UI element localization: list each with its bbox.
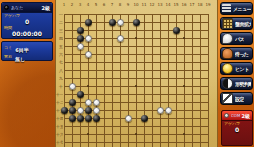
hint-button[interactable]: ヒント xyxy=(220,62,253,75)
board-coordinate: 8 xyxy=(116,2,124,7)
board-coordinate: 11 xyxy=(140,2,148,7)
board-coordinate: 九 xyxy=(56,76,63,81)
white-stone xyxy=(117,35,124,42)
black-player-header: あなた 2級 xyxy=(2,3,52,13)
board-coordinate: 四 xyxy=(56,36,63,41)
black-player-name: あなた xyxy=(11,5,23,10)
white-stone xyxy=(93,107,100,114)
hoshi-point xyxy=(183,37,185,39)
white-stone xyxy=(117,19,124,26)
button-label: メニュー xyxy=(233,6,251,12)
black-stone xyxy=(85,19,92,26)
board-coordinate: 六 xyxy=(56,52,63,57)
rules-rows: コミ6目半置石無し xyxy=(2,42,52,60)
black-stone xyxy=(141,115,148,122)
board-coordinate: 3 xyxy=(76,2,84,7)
game-screen: あなた 2級 アゲハマ0時間00:00:00 コミ6目半置石無し 1234567… xyxy=(0,0,254,147)
white-stone xyxy=(77,107,84,114)
board-coordinate: 13 xyxy=(156,2,164,7)
rules-panel: コミ6目半置石無し xyxy=(1,41,53,61)
board-coordinate: 4 xyxy=(84,2,92,7)
button-label: 待った xyxy=(235,51,249,57)
hoshi-point xyxy=(135,133,137,135)
white-player-panel: COM 2級 アゲハマ0 xyxy=(221,110,253,146)
info-label: コミ xyxy=(4,45,12,50)
board-grid[interactable] xyxy=(64,14,209,147)
board-coordinate: 十六 xyxy=(56,132,63,137)
info-row: コミ6目半 xyxy=(2,42,52,51)
black-stone xyxy=(85,115,92,122)
settings-button[interactable]: 設定 xyxy=(220,92,253,105)
pass-button[interactable]: パス xyxy=(220,32,253,45)
board-coordinate: 十 xyxy=(56,84,63,89)
info-value: 無し xyxy=(15,56,25,62)
black-stone xyxy=(93,115,100,122)
white-player-name: COM xyxy=(231,113,240,118)
menu-button[interactable]: メニュー xyxy=(220,2,253,15)
board-coordinate: 5 xyxy=(92,2,100,7)
button-label: 設定 xyxy=(235,96,244,102)
board-coordinate: 14 xyxy=(164,2,172,7)
pass-icon xyxy=(222,33,233,44)
hint-icon xyxy=(222,63,233,74)
white-stone xyxy=(77,43,84,50)
white-stone xyxy=(93,99,100,106)
go-board[interactable]: 12345678910111213141516171819一二三四五六七八九十十… xyxy=(55,0,218,147)
board-coordinate: 18 xyxy=(196,2,204,7)
board-coordinate: 10 xyxy=(132,2,140,7)
button-label: パス xyxy=(235,36,244,42)
info-label: 置石 xyxy=(4,54,12,59)
hoshi-point xyxy=(183,133,185,135)
black-stone xyxy=(69,115,76,122)
board-button[interactable]: 盤面拡大 xyxy=(220,17,253,30)
info-value: 0 xyxy=(4,18,50,25)
white-stone xyxy=(85,35,92,42)
black-stone-icon xyxy=(4,5,9,10)
button-label: 形勢判断 xyxy=(235,81,251,87)
info-row: 時間00:00:00 xyxy=(2,25,52,37)
info-row: アゲハマ0 xyxy=(222,121,252,133)
board-coordinate: 五 xyxy=(56,44,63,49)
hoshi-point xyxy=(135,85,137,87)
black-stone xyxy=(69,107,76,114)
undo-icon xyxy=(222,48,233,59)
board-coordinate: 19 xyxy=(204,2,212,7)
board-icon xyxy=(222,18,233,29)
judge-icon xyxy=(222,78,233,89)
board-coordinate: 17 xyxy=(188,2,196,7)
black-player-stats: アゲハマ0時間00:00:00 xyxy=(2,13,52,37)
board-coordinate: 15 xyxy=(172,2,180,7)
black-stone xyxy=(77,115,84,122)
board-coordinate: 1 xyxy=(60,2,68,7)
hoshi-point xyxy=(87,85,89,87)
white-stone xyxy=(165,107,172,114)
black-stone xyxy=(85,107,92,114)
board-coordinate: 十五 xyxy=(56,124,63,129)
button-label: ヒント xyxy=(235,66,249,72)
black-stone xyxy=(69,99,76,106)
white-stone-icon xyxy=(224,113,229,118)
info-value: 00:00:00 xyxy=(4,30,50,37)
board-coordinate: 6 xyxy=(100,2,108,7)
black-stone xyxy=(133,19,140,26)
black-stone xyxy=(61,107,68,114)
menu-icon xyxy=(222,4,231,13)
board-coordinate: 2 xyxy=(68,2,76,7)
white-player-header: COM 2級 xyxy=(222,111,252,121)
board-coordinate: 一 xyxy=(56,12,63,17)
white-stone xyxy=(85,51,92,58)
hoshi-point xyxy=(87,133,89,135)
board-coordinate: 十四 xyxy=(56,116,63,121)
black-stone xyxy=(173,27,180,34)
board-coordinate: 12 xyxy=(148,2,156,7)
white-stone xyxy=(69,83,76,90)
black-stone xyxy=(109,19,116,26)
board-coordinate: 二 xyxy=(56,20,63,25)
board-coordinate: 7 xyxy=(108,2,116,7)
white-player-stats: アゲハマ0 xyxy=(222,121,252,133)
undo-button[interactable]: 待った xyxy=(220,47,253,60)
board-coordinate: 三 xyxy=(56,28,63,33)
white-stone xyxy=(157,107,164,114)
hoshi-point xyxy=(135,37,137,39)
board-coordinate: 八 xyxy=(56,68,63,73)
board-coordinate: 9 xyxy=(124,2,132,7)
side-button-column: メニュー盤面拡大パス待ったヒント形勢判断設定 xyxy=(220,2,253,107)
white-stone xyxy=(125,115,132,122)
board-coordinate: 十七 xyxy=(56,140,63,145)
info-row: アゲハマ0 xyxy=(2,13,52,25)
button-label: 盤面拡大 xyxy=(235,21,251,27)
judge-button[interactable]: 形勢判断 xyxy=(220,77,253,90)
hoshi-point xyxy=(183,85,185,87)
info-value: 0 xyxy=(224,126,250,133)
white-stone xyxy=(85,99,92,106)
board-coordinate: 十一 xyxy=(56,92,63,97)
board-coordinate: 16 xyxy=(180,2,188,7)
black-stone xyxy=(77,91,84,98)
black-player-panel: あなた 2級 アゲハマ0時間00:00:00 xyxy=(1,2,53,39)
board-coordinate: 十二 xyxy=(56,100,63,105)
black-player-rank: 2級 xyxy=(42,5,50,11)
black-stone xyxy=(77,35,84,42)
settings-icon xyxy=(222,93,233,104)
board-coordinate: 七 xyxy=(56,60,63,65)
black-stone xyxy=(77,27,84,34)
white-player-rank: 2級 xyxy=(242,113,250,119)
